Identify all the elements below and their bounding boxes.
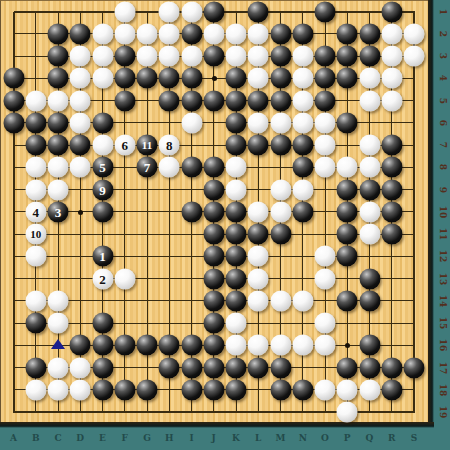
black-stone-J11[interactable] [203,224,224,245]
white-stone-L6[interactable] [248,112,269,133]
white-stone-C8[interactable] [48,157,69,178]
column-label-P: P [337,433,357,443]
black-stone-R11[interactable] [381,224,402,245]
white-stone-P8[interactable] [337,157,358,178]
move-number: 4 [33,205,40,218]
white-stone-K9[interactable] [226,179,247,200]
black-stone-R18[interactable] [381,379,402,400]
black-stone-K10[interactable] [226,201,247,222]
black-stone-E18[interactable] [92,379,113,400]
white-stone-D4[interactable] [70,68,91,89]
black-stone-Q17[interactable] [359,357,380,378]
row-label-19: 19 [437,405,449,419]
black-stone-E12[interactable]: 1 [92,246,113,267]
black-stone-M11[interactable] [270,224,291,245]
black-stone-C3[interactable] [48,46,69,67]
black-stone-F18[interactable] [114,379,135,400]
black-stone-S17[interactable] [404,357,425,378]
black-stone-H4[interactable] [159,68,180,89]
black-stone-J16[interactable] [203,335,224,356]
black-stone-K17[interactable] [226,357,247,378]
grid-line-v [413,12,415,414]
black-stone-F16[interactable] [114,335,135,356]
star-point [212,76,217,81]
white-stone-P18[interactable] [337,379,358,400]
row-label-12: 12 [437,249,449,263]
move-number: 5 [99,161,106,174]
white-stone-N4[interactable] [292,68,313,89]
row-label-15: 15 [437,316,449,330]
black-stone-Q14[interactable] [359,290,380,311]
row-label-6: 6 [437,116,449,130]
black-stone-E16[interactable] [92,335,113,356]
black-stone-N10[interactable] [292,201,313,222]
column-label-R: R [382,433,402,443]
white-stone-C14[interactable] [48,290,69,311]
white-stone-J2[interactable] [203,23,224,44]
black-stone-J14[interactable] [203,290,224,311]
black-stone-G4[interactable] [137,68,158,89]
black-stone-O4[interactable] [315,68,336,89]
black-stone-G7[interactable]: 11 [137,135,158,156]
row-label-16: 16 [437,338,449,352]
column-label-K: K [226,433,246,443]
white-stone-F7[interactable]: 6 [114,135,135,156]
black-stone-I17[interactable] [181,357,202,378]
black-stone-J9[interactable] [203,179,224,200]
white-stone-B11[interactable]: 10 [25,224,46,245]
white-stone-L10[interactable] [248,201,269,222]
black-stone-M17[interactable] [270,357,291,378]
black-stone-M7[interactable] [270,135,291,156]
column-label-L: L [248,433,268,443]
row-label-10: 10 [437,205,449,219]
black-stone-J18[interactable] [203,379,224,400]
move-number: 6 [122,139,129,152]
row-label-14: 14 [437,294,449,308]
white-stone-O12[interactable] [315,246,336,267]
white-stone-H8[interactable] [159,157,180,178]
black-stone-O3[interactable] [315,46,336,67]
black-stone-P14[interactable] [337,290,358,311]
black-stone-L1[interactable] [248,1,269,22]
row-label-11: 11 [437,227,449,241]
white-stone-F13[interactable] [114,268,135,289]
white-stone-H2[interactable] [159,23,180,44]
white-stone-E3[interactable] [92,46,113,67]
black-stone-M18[interactable] [270,379,291,400]
black-stone-C4[interactable] [48,68,69,89]
white-stone-E13[interactable]: 2 [92,268,113,289]
black-stone-M5[interactable] [270,90,291,111]
black-stone-C7[interactable] [48,135,69,156]
white-stone-Q4[interactable] [359,68,380,89]
black-stone-O5[interactable] [315,90,336,111]
white-stone-E2[interactable] [92,23,113,44]
white-stone-L2[interactable] [248,23,269,44]
row-label-9: 9 [437,183,449,197]
black-stone-K11[interactable] [226,224,247,245]
white-stone-L14[interactable] [248,290,269,311]
white-stone-O16[interactable] [315,335,336,356]
black-stone-J5[interactable] [203,90,224,111]
column-label-C: C [48,433,68,443]
white-stone-B18[interactable] [25,379,46,400]
white-stone-B9[interactable] [25,179,46,200]
black-stone-I10[interactable] [181,201,202,222]
white-stone-K15[interactable] [226,313,247,334]
black-stone-M2[interactable] [270,23,291,44]
move-number: 9 [99,183,106,196]
white-stone-G3[interactable] [137,46,158,67]
white-stone-O13[interactable] [315,268,336,289]
row-label-7: 7 [437,138,449,152]
white-stone-N16[interactable] [292,335,313,356]
column-label-F: F [115,433,135,443]
column-label-I: I [182,433,202,443]
white-stone-M16[interactable] [270,335,291,356]
row-label-1: 1 [437,5,449,19]
white-stone-L3[interactable] [248,46,269,67]
black-stone-D16[interactable] [70,335,91,356]
row-label-5: 5 [437,94,449,108]
move-number: 2 [99,272,106,285]
black-stone-A5[interactable] [3,90,24,111]
white-stone-I1[interactable] [181,1,202,22]
black-stone-Q9[interactable] [359,179,380,200]
black-stone-Q3[interactable] [359,46,380,67]
column-label-D: D [70,433,90,443]
black-stone-M3[interactable] [270,46,291,67]
black-stone-K14[interactable] [226,290,247,311]
column-label-N: N [293,433,313,443]
white-stone-B8[interactable] [25,157,46,178]
black-stone-K13[interactable] [226,268,247,289]
black-stone-Q16[interactable] [359,335,380,356]
black-stone-L5[interactable] [248,90,269,111]
black-stone-E9[interactable]: 9 [92,179,113,200]
black-stone-J8[interactable] [203,157,224,178]
black-stone-P2[interactable] [337,23,358,44]
row-label-2: 2 [437,27,449,41]
white-stone-B12[interactable] [25,246,46,267]
black-stone-H17[interactable] [159,357,180,378]
white-stone-M10[interactable] [270,201,291,222]
white-stone-R5[interactable] [381,90,402,111]
black-stone-F4[interactable] [114,68,135,89]
black-stone-E6[interactable] [92,112,113,133]
white-stone-S2[interactable] [404,23,425,44]
white-stone-B14[interactable] [25,290,46,311]
black-stone-I8[interactable] [181,157,202,178]
white-stone-N3[interactable] [292,46,313,67]
black-stone-K7[interactable] [226,135,247,156]
white-stone-P19[interactable] [337,402,358,423]
column-label-E: E [93,433,113,443]
black-stone-L17[interactable] [248,357,269,378]
white-stone-C9[interactable] [48,179,69,200]
black-stone-H16[interactable] [159,335,180,356]
black-stone-J17[interactable] [203,357,224,378]
black-stone-G16[interactable] [137,335,158,356]
white-stone-M9[interactable] [270,179,291,200]
column-label-J: J [204,433,224,443]
move-number: 1 [99,250,106,263]
black-stone-A4[interactable] [3,68,24,89]
black-stone-F3[interactable] [114,46,135,67]
black-stone-C6[interactable] [48,112,69,133]
white-stone-I6[interactable] [181,112,202,133]
black-stone-J10[interactable] [203,201,224,222]
column-label-M: M [271,433,291,443]
black-stone-I2[interactable] [181,23,202,44]
move-number: 10 [30,229,41,240]
black-stone-F5[interactable] [114,90,135,111]
white-stone-Q11[interactable] [359,224,380,245]
white-stone-D17[interactable] [70,357,91,378]
black-stone-E8[interactable]: 5 [92,157,113,178]
column-label-O: O [315,433,335,443]
column-label-S: S [404,433,424,443]
black-stone-K5[interactable] [226,90,247,111]
black-stone-B15[interactable] [25,313,46,334]
white-stone-R3[interactable] [381,46,402,67]
white-stone-Q7[interactable] [359,135,380,156]
white-stone-L16[interactable] [248,335,269,356]
black-stone-G8[interactable]: 7 [137,157,158,178]
black-stone-D2[interactable] [70,23,91,44]
white-stone-F2[interactable] [114,23,135,44]
white-stone-M6[interactable] [270,112,291,133]
white-stone-O6[interactable] [315,112,336,133]
white-stone-H7[interactable]: 8 [159,135,180,156]
triangle-mark-C16 [51,339,65,349]
black-stone-R17[interactable] [381,357,402,378]
black-stone-K6[interactable] [226,112,247,133]
black-stone-R10[interactable] [381,201,402,222]
black-stone-E10[interactable] [92,201,113,222]
black-stone-I16[interactable] [181,335,202,356]
white-stone-L12[interactable] [248,246,269,267]
black-stone-I18[interactable] [181,379,202,400]
white-stone-D8[interactable] [70,157,91,178]
row-label-8: 8 [437,160,449,174]
white-stone-I3[interactable] [181,46,202,67]
black-stone-P12[interactable] [337,246,358,267]
white-stone-Q5[interactable] [359,90,380,111]
white-stone-E7[interactable] [92,135,113,156]
board-shadow-bottom [0,422,434,428]
white-stone-M14[interactable] [270,290,291,311]
black-stone-K4[interactable] [226,68,247,89]
black-stone-P10[interactable] [337,201,358,222]
column-label-Q: Q [360,433,380,443]
move-number: 7 [144,161,151,174]
white-stone-Q8[interactable] [359,157,380,178]
white-stone-E4[interactable] [92,68,113,89]
black-stone-J1[interactable] [203,1,224,22]
black-stone-K18[interactable] [226,379,247,400]
white-stone-B10[interactable]: 4 [25,201,46,222]
white-stone-O15[interactable] [315,313,336,334]
white-stone-B5[interactable] [25,90,46,111]
black-stone-O1[interactable] [315,1,336,22]
black-stone-Q2[interactable] [359,23,380,44]
black-stone-E15[interactable] [92,313,113,334]
row-label-13: 13 [437,272,449,286]
column-label-A: A [4,433,24,443]
white-stone-N14[interactable] [292,290,313,311]
black-stone-P9[interactable] [337,179,358,200]
white-stone-D5[interactable] [70,90,91,111]
row-label-4: 4 [437,71,449,85]
white-stone-D18[interactable] [70,379,91,400]
white-stone-N6[interactable] [292,112,313,133]
row-label-17: 17 [437,361,449,375]
black-stone-I5[interactable] [181,90,202,111]
black-stone-R9[interactable] [381,179,402,200]
white-stone-F1[interactable] [114,1,135,22]
white-stone-L4[interactable] [248,68,269,89]
white-stone-C17[interactable] [48,357,69,378]
white-stone-K2[interactable] [226,23,247,44]
black-stone-I4[interactable] [181,68,202,89]
black-stone-N18[interactable] [292,379,313,400]
white-stone-R2[interactable] [381,23,402,44]
black-stone-G18[interactable] [137,379,158,400]
black-stone-L7[interactable] [248,135,269,156]
column-label-G: G [137,433,157,443]
star-point [78,210,83,215]
black-stone-J15[interactable] [203,313,224,334]
white-stone-C18[interactable] [48,379,69,400]
black-stone-P6[interactable] [337,112,358,133]
white-stone-D6[interactable] [70,112,91,133]
white-stone-K8[interactable] [226,157,247,178]
white-stone-O18[interactable] [315,379,336,400]
black-stone-L11[interactable] [248,224,269,245]
move-number: 11 [142,140,152,151]
row-label-18: 18 [437,383,449,397]
white-stone-D3[interactable] [70,46,91,67]
black-stone-E17[interactable] [92,357,113,378]
black-stone-R8[interactable] [381,157,402,178]
black-stone-K12[interactable] [226,246,247,267]
go-board-app: 6118579431012 ABCDEFGHIJKLMNOPQRS1234567… [0,0,450,450]
black-stone-N8[interactable] [292,157,313,178]
white-stone-Q18[interactable] [359,379,380,400]
black-stone-J13[interactable] [203,268,224,289]
black-stone-J3[interactable] [203,46,224,67]
white-stone-S3[interactable] [404,46,425,67]
black-stone-M4[interactable] [270,68,291,89]
white-stone-H1[interactable] [159,1,180,22]
white-stone-O8[interactable] [315,157,336,178]
star-point [345,343,350,348]
white-stone-K3[interactable] [226,46,247,67]
black-stone-H5[interactable] [159,90,180,111]
black-stone-C10[interactable]: 3 [48,201,69,222]
black-stone-P3[interactable] [337,46,358,67]
move-number: 8 [166,139,173,152]
white-stone-R4[interactable] [381,68,402,89]
black-stone-D7[interactable] [70,135,91,156]
black-stone-P4[interactable] [337,68,358,89]
black-stone-N7[interactable] [292,135,313,156]
black-stone-A6[interactable] [3,112,24,133]
column-label-H: H [159,433,179,443]
white-stone-C5[interactable] [48,90,69,111]
black-stone-B6[interactable] [25,112,46,133]
black-stone-P11[interactable] [337,224,358,245]
board-shadow-right [428,0,434,428]
black-stone-R7[interactable] [381,135,402,156]
white-stone-L13[interactable] [248,268,269,289]
row-label-3: 3 [437,49,449,63]
column-label-B: B [26,433,46,443]
black-stone-P17[interactable] [337,357,358,378]
white-stone-N5[interactable] [292,90,313,111]
white-stone-K16[interactable] [226,335,247,356]
black-stone-N2[interactable] [292,23,313,44]
white-stone-N9[interactable] [292,179,313,200]
white-stone-C15[interactable] [48,313,69,334]
black-stone-B17[interactable] [25,357,46,378]
black-stone-B7[interactable] [25,135,46,156]
black-stone-Q13[interactable] [359,268,380,289]
black-stone-C2[interactable] [48,23,69,44]
white-stone-Q10[interactable] [359,201,380,222]
black-stone-J12[interactable] [203,246,224,267]
move-number: 3 [55,205,62,218]
black-stone-R1[interactable] [381,1,402,22]
white-stone-H3[interactable] [159,46,180,67]
white-stone-G2[interactable] [137,23,158,44]
white-stone-O7[interactable] [315,135,336,156]
